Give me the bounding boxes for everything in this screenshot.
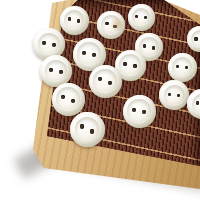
button-hole bbox=[177, 94, 181, 98]
button-hole bbox=[142, 110, 146, 114]
button-stain bbox=[110, 17, 123, 32]
button-piece[interactable] bbox=[128, 4, 155, 31]
button-piece[interactable] bbox=[168, 53, 197, 82]
button-hole bbox=[185, 66, 188, 69]
photo-scene bbox=[0, 0, 200, 200]
button-hole bbox=[133, 64, 137, 68]
button-hole bbox=[152, 46, 155, 49]
button-hole bbox=[80, 124, 84, 128]
button-hole bbox=[59, 70, 63, 74]
button-hole bbox=[144, 16, 147, 19]
button-hole bbox=[71, 99, 75, 103]
button-hole bbox=[176, 65, 179, 68]
button-piece[interactable] bbox=[89, 65, 122, 98]
button-piece[interactable] bbox=[70, 112, 105, 147]
button-piece[interactable] bbox=[60, 6, 89, 35]
button-hole bbox=[123, 62, 127, 66]
button-hole bbox=[92, 53, 96, 57]
button-hole bbox=[52, 43, 56, 47]
button-hole bbox=[49, 68, 53, 72]
button-hole bbox=[135, 15, 138, 18]
button-hole bbox=[82, 51, 86, 55]
button-piece[interactable] bbox=[97, 11, 125, 39]
button-hole bbox=[194, 37, 197, 40]
button-hole bbox=[42, 41, 46, 45]
button-hole bbox=[168, 93, 172, 97]
button-piece[interactable] bbox=[52, 83, 85, 116]
button-hole bbox=[77, 19, 80, 22]
button-hole bbox=[68, 17, 71, 20]
button-hole bbox=[98, 77, 102, 81]
button-hole bbox=[196, 101, 200, 105]
button-hole bbox=[143, 44, 146, 47]
button-hole bbox=[90, 129, 94, 133]
button-hole bbox=[105, 22, 108, 25]
button-piece[interactable] bbox=[159, 80, 189, 110]
button-hole bbox=[132, 108, 136, 112]
button-hole bbox=[61, 95, 65, 99]
button-piece[interactable] bbox=[123, 95, 156, 128]
button-hole bbox=[108, 81, 112, 85]
